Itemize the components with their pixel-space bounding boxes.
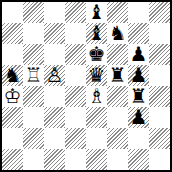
square-b4 [23, 86, 44, 107]
square-g8 [128, 2, 149, 23]
square-a6 [2, 44, 23, 65]
square-d4 [65, 86, 86, 107]
square-a7 [2, 23, 23, 44]
black-bishop: ♝ [88, 23, 106, 44]
square-a4: ♔ [2, 86, 23, 107]
square-b1 [23, 149, 44, 170]
square-d5 [65, 65, 86, 86]
square-d7 [65, 23, 86, 44]
square-e4: ♗ [86, 86, 107, 107]
square-f6 [107, 44, 128, 65]
black-knight: ♞ [109, 23, 127, 44]
square-g5: ♟ [128, 65, 149, 86]
white-pawn: ♙ [46, 65, 64, 86]
square-g2 [128, 128, 149, 149]
square-c7 [44, 23, 65, 44]
square-c3 [44, 107, 65, 128]
square-d1 [65, 149, 86, 170]
square-b5: ♖ [23, 65, 44, 86]
black-rook: ♜ [109, 65, 127, 86]
square-d6 [65, 44, 86, 65]
black-king: ♚ [88, 44, 106, 65]
square-f2 [107, 128, 128, 149]
square-d3 [65, 107, 86, 128]
square-b2 [23, 128, 44, 149]
black-rook: ♜ [130, 86, 148, 107]
square-h1 [149, 149, 170, 170]
square-h7 [149, 23, 170, 44]
square-f3 [107, 107, 128, 128]
square-e8: ♝ [86, 2, 107, 23]
white-rook: ♖ [25, 65, 43, 86]
square-g6: ♟ [128, 44, 149, 65]
square-b6 [23, 44, 44, 65]
square-d8 [65, 2, 86, 23]
square-h3 [149, 107, 170, 128]
square-b3 [23, 107, 44, 128]
square-c8 [44, 2, 65, 23]
square-a1 [2, 149, 23, 170]
square-g4: ♜ [128, 86, 149, 107]
square-h8 [149, 2, 170, 23]
square-c4 [44, 86, 65, 107]
square-c5: ♙ [44, 65, 65, 86]
square-b7 [23, 23, 44, 44]
square-f8 [107, 2, 128, 23]
white-bishop: ♗ [88, 86, 106, 107]
square-f1 [107, 149, 128, 170]
square-g7 [128, 23, 149, 44]
square-a2 [2, 128, 23, 149]
square-e3 [86, 107, 107, 128]
square-g3: ♟ [128, 107, 149, 128]
square-h2 [149, 128, 170, 149]
square-a5: ♞ [2, 65, 23, 86]
square-a8 [2, 2, 23, 23]
black-pawn: ♟ [130, 107, 148, 128]
black-knight: ♞ [4, 65, 22, 86]
square-e6: ♚ [86, 44, 107, 65]
square-d2 [65, 128, 86, 149]
chess-board: ♝♝♞♚♟♞♖♙♛♜♟♔♗♜♟ [0, 0, 172, 172]
square-f7: ♞ [107, 23, 128, 44]
square-g1 [128, 149, 149, 170]
square-a3 [2, 107, 23, 128]
square-f5: ♜ [107, 65, 128, 86]
white-king: ♔ [4, 86, 22, 107]
black-pawn: ♟ [130, 65, 148, 86]
square-b8 [23, 2, 44, 23]
square-e2 [86, 128, 107, 149]
square-h4 [149, 86, 170, 107]
black-pawn: ♟ [130, 44, 148, 65]
square-h5 [149, 65, 170, 86]
square-c6 [44, 44, 65, 65]
black-queen: ♛ [88, 65, 106, 86]
square-c2 [44, 128, 65, 149]
square-e7: ♝ [86, 23, 107, 44]
square-h6 [149, 44, 170, 65]
square-f4 [107, 86, 128, 107]
square-e1 [86, 149, 107, 170]
square-c1 [44, 149, 65, 170]
black-bishop: ♝ [88, 2, 106, 23]
square-e5: ♛ [86, 65, 107, 86]
